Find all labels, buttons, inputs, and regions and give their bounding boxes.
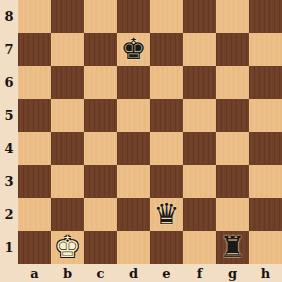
square-g6[interactable] bbox=[216, 66, 249, 99]
file-label-a: a bbox=[18, 264, 51, 282]
chess-diagram: 87654321 ♚♛♚♜ abcdefgh bbox=[0, 0, 282, 282]
margin-corner bbox=[0, 264, 18, 282]
square-d1[interactable] bbox=[117, 231, 150, 264]
file-label-d: d bbox=[117, 264, 150, 282]
square-b6[interactable] bbox=[51, 66, 84, 99]
square-f3[interactable] bbox=[183, 165, 216, 198]
square-a3[interactable] bbox=[18, 165, 51, 198]
square-a2[interactable] bbox=[18, 198, 51, 231]
square-a6[interactable] bbox=[18, 66, 51, 99]
rank-label-3: 3 bbox=[0, 165, 18, 198]
square-d7[interactable]: ♚ bbox=[117, 33, 150, 66]
square-c8[interactable] bbox=[84, 0, 117, 33]
square-g5[interactable] bbox=[216, 99, 249, 132]
square-b4[interactable] bbox=[51, 132, 84, 165]
square-b5[interactable] bbox=[51, 99, 84, 132]
rank-label-2: 2 bbox=[0, 198, 18, 231]
square-h6[interactable] bbox=[249, 66, 282, 99]
chess-board: ♚♛♚♜ bbox=[18, 0, 282, 264]
square-a4[interactable] bbox=[18, 132, 51, 165]
square-f8[interactable] bbox=[183, 0, 216, 33]
file-label-g: g bbox=[216, 264, 249, 282]
square-c1[interactable] bbox=[84, 231, 117, 264]
square-a1[interactable] bbox=[18, 231, 51, 264]
rank-label-4: 4 bbox=[0, 132, 18, 165]
piece-black-queen[interactable]: ♛ bbox=[154, 198, 180, 231]
piece-white-king[interactable]: ♚ bbox=[55, 231, 81, 264]
square-b2[interactable] bbox=[51, 198, 84, 231]
square-f1[interactable] bbox=[183, 231, 216, 264]
rank-label-6: 6 bbox=[0, 66, 18, 99]
square-a7[interactable] bbox=[18, 33, 51, 66]
square-c6[interactable] bbox=[84, 66, 117, 99]
square-f7[interactable] bbox=[183, 33, 216, 66]
square-h7[interactable] bbox=[249, 33, 282, 66]
square-d4[interactable] bbox=[117, 132, 150, 165]
square-c4[interactable] bbox=[84, 132, 117, 165]
square-f2[interactable] bbox=[183, 198, 216, 231]
square-g1[interactable]: ♜ bbox=[216, 231, 249, 264]
square-d5[interactable] bbox=[117, 99, 150, 132]
square-e8[interactable] bbox=[150, 0, 183, 33]
square-c7[interactable] bbox=[84, 33, 117, 66]
square-g8[interactable] bbox=[216, 0, 249, 33]
square-g7[interactable] bbox=[216, 33, 249, 66]
square-g4[interactable] bbox=[216, 132, 249, 165]
square-h8[interactable] bbox=[249, 0, 282, 33]
square-d8[interactable] bbox=[117, 0, 150, 33]
square-c5[interactable] bbox=[84, 99, 117, 132]
square-h2[interactable] bbox=[249, 198, 282, 231]
square-a8[interactable] bbox=[18, 0, 51, 33]
square-d6[interactable] bbox=[117, 66, 150, 99]
file-label-f: f bbox=[183, 264, 216, 282]
square-h1[interactable] bbox=[249, 231, 282, 264]
square-e5[interactable] bbox=[150, 99, 183, 132]
square-g2[interactable] bbox=[216, 198, 249, 231]
file-label-c: c bbox=[84, 264, 117, 282]
square-e7[interactable] bbox=[150, 33, 183, 66]
square-f6[interactable] bbox=[183, 66, 216, 99]
rank-labels: 87654321 bbox=[0, 0, 18, 264]
square-c3[interactable] bbox=[84, 165, 117, 198]
square-e1[interactable] bbox=[150, 231, 183, 264]
file-label-h: h bbox=[249, 264, 282, 282]
square-d3[interactable] bbox=[117, 165, 150, 198]
rank-label-5: 5 bbox=[0, 99, 18, 132]
square-b8[interactable] bbox=[51, 0, 84, 33]
square-d2[interactable] bbox=[117, 198, 150, 231]
square-f5[interactable] bbox=[183, 99, 216, 132]
square-h4[interactable] bbox=[249, 132, 282, 165]
square-e2[interactable]: ♛ bbox=[150, 198, 183, 231]
rank-label-8: 8 bbox=[0, 0, 18, 33]
file-labels: abcdefgh bbox=[18, 264, 282, 282]
piece-black-rook[interactable]: ♜ bbox=[220, 231, 246, 264]
rank-label-1: 1 bbox=[0, 231, 18, 264]
file-label-e: e bbox=[150, 264, 183, 282]
square-b7[interactable] bbox=[51, 33, 84, 66]
square-e3[interactable] bbox=[150, 165, 183, 198]
square-e6[interactable] bbox=[150, 66, 183, 99]
square-g3[interactable] bbox=[216, 165, 249, 198]
square-e4[interactable] bbox=[150, 132, 183, 165]
rank-label-7: 7 bbox=[0, 33, 18, 66]
square-h5[interactable] bbox=[249, 99, 282, 132]
square-a5[interactable] bbox=[18, 99, 51, 132]
square-c2[interactable] bbox=[84, 198, 117, 231]
square-h3[interactable] bbox=[249, 165, 282, 198]
square-b1[interactable]: ♚ bbox=[51, 231, 84, 264]
file-label-b: b bbox=[51, 264, 84, 282]
square-b3[interactable] bbox=[51, 165, 84, 198]
square-f4[interactable] bbox=[183, 132, 216, 165]
piece-black-king[interactable]: ♚ bbox=[121, 33, 147, 66]
